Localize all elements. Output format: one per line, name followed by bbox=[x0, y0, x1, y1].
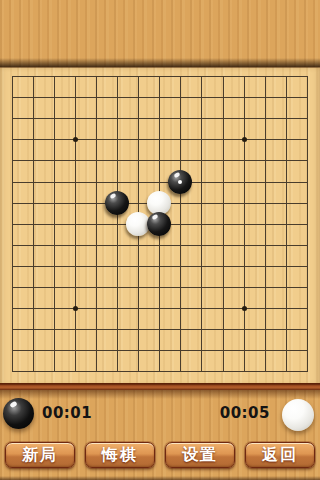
black-timer: 00:01 bbox=[42, 404, 92, 422]
new-game-button[interactable]: 新局 bbox=[5, 442, 75, 468]
gomoku-board[interactable] bbox=[0, 67, 320, 384]
black-stone bbox=[168, 170, 192, 194]
back-button[interactable]: 返回 bbox=[245, 442, 315, 468]
white-stone-icon bbox=[282, 399, 314, 431]
last-move-marker bbox=[178, 180, 182, 184]
settings-button[interactable]: 设置 bbox=[165, 442, 235, 468]
white-stone bbox=[147, 191, 171, 215]
black-stone-icon bbox=[3, 398, 34, 429]
black-stone bbox=[147, 212, 171, 236]
black-stone bbox=[105, 191, 129, 215]
stones-layer bbox=[1, 66, 317, 382]
board-front-edge bbox=[0, 383, 320, 390]
undo-button[interactable]: 悔棋 bbox=[85, 442, 155, 468]
screen-bottom-shadow bbox=[0, 476, 320, 480]
white-timer: 00:05 bbox=[220, 404, 270, 422]
